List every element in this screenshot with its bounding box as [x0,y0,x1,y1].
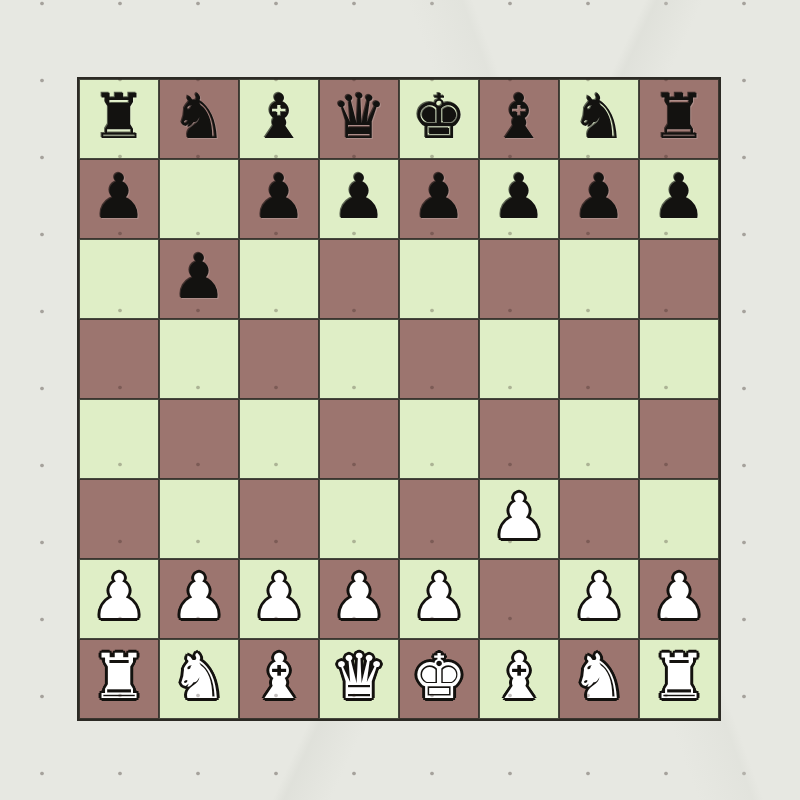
square-f8[interactable]: ♝ [479,79,559,159]
piece-black-pawn[interactable]: ♟ [491,157,547,237]
square-d1[interactable]: ♛ [319,639,399,719]
square-c1[interactable]: ♝ [239,639,319,719]
piece-black-king[interactable]: ♚ [411,77,467,157]
piece-black-bishop[interactable]: ♝ [251,77,307,157]
square-c4[interactable] [239,399,319,479]
square-c6[interactable] [239,239,319,319]
square-d6[interactable] [319,239,399,319]
square-e1[interactable]: ♚ [399,639,479,719]
square-c8[interactable]: ♝ [239,79,319,159]
square-e6[interactable] [399,239,479,319]
square-a1[interactable]: ♜ [79,639,159,719]
piece-white-knight[interactable]: ♞ [571,637,627,717]
square-g1[interactable]: ♞ [559,639,639,719]
piece-white-pawn[interactable]: ♟ [491,477,547,557]
square-a4[interactable] [79,399,159,479]
piece-black-queen[interactable]: ♛ [331,77,387,157]
square-e7[interactable]: ♟ [399,159,479,239]
square-e8[interactable]: ♚ [399,79,479,159]
piece-white-pawn[interactable]: ♟ [171,557,227,637]
square-c7[interactable]: ♟ [239,159,319,239]
square-c2[interactable]: ♟ [239,559,319,639]
piece-black-rook[interactable]: ♜ [651,77,707,157]
square-b2[interactable]: ♟ [159,559,239,639]
piece-black-knight[interactable]: ♞ [171,77,227,157]
square-h3[interactable] [639,479,719,559]
square-a7[interactable]: ♟ [79,159,159,239]
chess-board: ♜♞♝♛♚♝♞♜♟♟♟♟♟♟♟♟♟♟♟♟♟♟♟♟♜♞♝♛♚♝♞♜ [77,77,721,721]
square-f6[interactable] [479,239,559,319]
square-e2[interactable]: ♟ [399,559,479,639]
piece-black-pawn[interactable]: ♟ [251,157,307,237]
piece-black-pawn[interactable]: ♟ [331,157,387,237]
square-h1[interactable]: ♜ [639,639,719,719]
square-f4[interactable] [479,399,559,479]
square-c3[interactable] [239,479,319,559]
square-f3[interactable]: ♟ [479,479,559,559]
square-h4[interactable] [639,399,719,479]
square-g5[interactable] [559,319,639,399]
square-b7[interactable] [159,159,239,239]
square-g2[interactable]: ♟ [559,559,639,639]
piece-white-queen[interactable]: ♛ [331,637,387,717]
piece-black-pawn[interactable]: ♟ [571,157,627,237]
square-d5[interactable] [319,319,399,399]
square-b3[interactable] [159,479,239,559]
piece-white-pawn[interactable]: ♟ [251,557,307,637]
piece-white-rook[interactable]: ♜ [651,637,707,717]
piece-white-pawn[interactable]: ♟ [571,557,627,637]
piece-black-bishop[interactable]: ♝ [491,77,547,157]
square-b6[interactable]: ♟ [159,239,239,319]
square-h6[interactable] [639,239,719,319]
piece-black-pawn[interactable]: ♟ [91,157,147,237]
piece-white-pawn[interactable]: ♟ [331,557,387,637]
square-a6[interactable] [79,239,159,319]
piece-white-king[interactable]: ♚ [411,637,467,717]
piece-black-knight[interactable]: ♞ [571,77,627,157]
square-e3[interactable] [399,479,479,559]
page-background: { "game": "chess", "position": "rnbqkbnr… [0,0,800,800]
square-a2[interactable]: ♟ [79,559,159,639]
square-h5[interactable] [639,319,719,399]
piece-black-rook[interactable]: ♜ [91,77,147,157]
square-b5[interactable] [159,319,239,399]
square-d2[interactable]: ♟ [319,559,399,639]
square-d8[interactable]: ♛ [319,79,399,159]
square-a5[interactable] [79,319,159,399]
square-b4[interactable] [159,399,239,479]
square-f2[interactable] [479,559,559,639]
square-h7[interactable]: ♟ [639,159,719,239]
square-d7[interactable]: ♟ [319,159,399,239]
square-a3[interactable] [79,479,159,559]
piece-black-pawn[interactable]: ♟ [171,237,227,317]
square-g7[interactable]: ♟ [559,159,639,239]
square-b1[interactable]: ♞ [159,639,239,719]
piece-white-rook[interactable]: ♜ [91,637,147,717]
piece-white-knight[interactable]: ♞ [171,637,227,717]
square-g3[interactable] [559,479,639,559]
piece-white-bishop[interactable]: ♝ [251,637,307,717]
square-e5[interactable] [399,319,479,399]
square-f7[interactable]: ♟ [479,159,559,239]
piece-white-bishop[interactable]: ♝ [491,637,547,717]
square-g6[interactable] [559,239,639,319]
piece-white-pawn[interactable]: ♟ [91,557,147,637]
square-d3[interactable] [319,479,399,559]
square-f5[interactable] [479,319,559,399]
piece-white-pawn[interactable]: ♟ [651,557,707,637]
piece-white-pawn[interactable]: ♟ [411,557,467,637]
square-g8[interactable]: ♞ [559,79,639,159]
square-b8[interactable]: ♞ [159,79,239,159]
square-a8[interactable]: ♜ [79,79,159,159]
square-h2[interactable]: ♟ [639,559,719,639]
square-e4[interactable] [399,399,479,479]
square-d4[interactable] [319,399,399,479]
piece-black-pawn[interactable]: ♟ [651,157,707,237]
square-h8[interactable]: ♜ [639,79,719,159]
piece-black-pawn[interactable]: ♟ [411,157,467,237]
square-c5[interactable] [239,319,319,399]
square-f1[interactable]: ♝ [479,639,559,719]
square-g4[interactable] [559,399,639,479]
